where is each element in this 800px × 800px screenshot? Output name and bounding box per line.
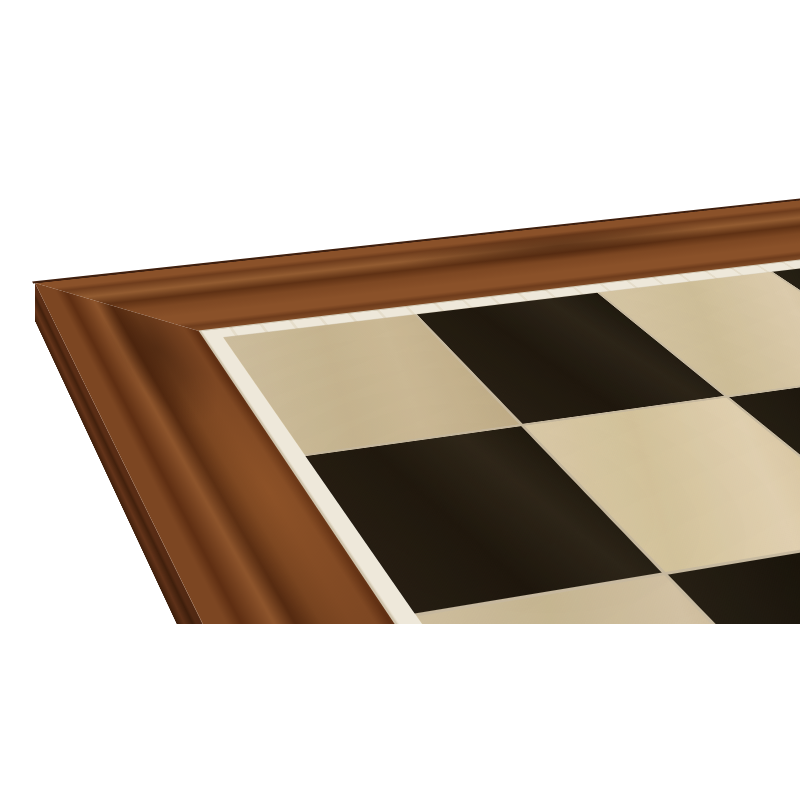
photo-bottom-crop [0,624,800,800]
photo-background [0,0,800,800]
